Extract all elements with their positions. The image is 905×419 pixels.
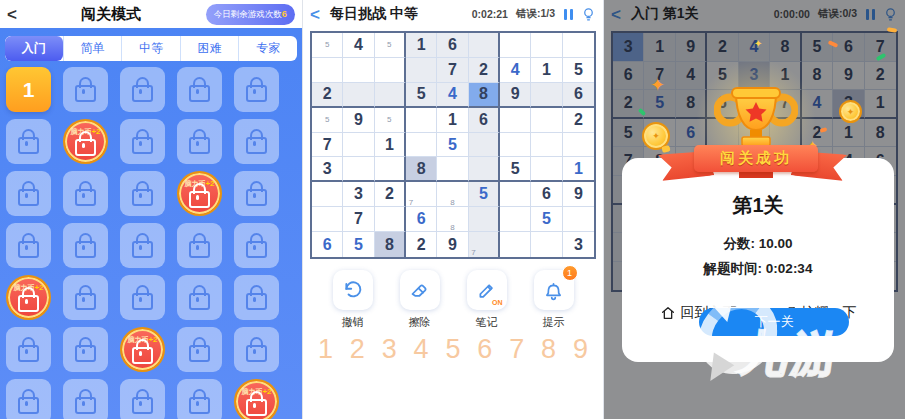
- level-button-locked[interactable]: [234, 171, 279, 216]
- sudoku-cell-r4c8[interactable]: [531, 108, 562, 133]
- level-button-coin-locked[interactable]: 脑力币+2: [177, 171, 222, 216]
- sudoku-cell-r5c3[interactable]: 1: [375, 133, 406, 158]
- undo-label: 撤销: [342, 315, 364, 330]
- sudoku-cell-r3c1[interactable]: 2: [312, 83, 343, 108]
- numpad-8[interactable]: 8: [541, 334, 556, 365]
- sudoku-cell-r6c8[interactable]: [531, 157, 562, 182]
- lock-icon: [75, 345, 96, 362]
- sudoku-cell-r8c6[interactable]: [469, 207, 500, 232]
- sudoku-cell-r5c1[interactable]: 7: [312, 133, 343, 158]
- level-button-locked[interactable]: [6, 379, 51, 419]
- sudoku-cell-r6c3[interactable]: [375, 157, 406, 182]
- tab-简单[interactable]: 简单: [63, 36, 122, 61]
- sudoku-cell-r6c6[interactable]: [469, 157, 500, 182]
- sudoku-cell-r6c1[interactable]: 3: [312, 157, 343, 182]
- lock-icon: [18, 189, 39, 206]
- level-button-locked[interactable]: [234, 67, 279, 112]
- sudoku-cell-r9c2[interactable]: 5: [343, 232, 374, 257]
- sudoku-cell-r6c9[interactable]: 1: [563, 157, 594, 182]
- lock-icon: [189, 85, 210, 102]
- notes-on-badge: ON: [492, 299, 503, 306]
- sudoku-cell-r3c5[interactable]: 4: [437, 83, 468, 108]
- sudoku-cell-r7c4[interactable]: 7: [406, 182, 437, 207]
- next-level-button[interactable]: 下一关: [699, 308, 849, 336]
- page-title: 每日挑战 中等: [330, 5, 418, 23]
- sudoku-cell-r4c7[interactable]: [500, 108, 531, 133]
- level-button-locked[interactable]: [6, 327, 51, 372]
- sudoku-cell-r1c3[interactable]: 5: [375, 33, 406, 58]
- sudoku-cell-r2c7[interactable]: 4: [500, 58, 531, 83]
- sudoku-cell-r2c9[interactable]: 5: [563, 58, 594, 83]
- sudoku-cell-r4c4[interactable]: [406, 108, 437, 133]
- sudoku-cell-r3c6[interactable]: 8: [469, 83, 500, 108]
- sudoku-cell-r4c9[interactable]: 2: [563, 108, 594, 133]
- numpad-3[interactable]: 3: [382, 334, 397, 365]
- sudoku-cell-r1c8[interactable]: [531, 33, 562, 58]
- sudoku-cell-r1c9[interactable]: [563, 33, 594, 58]
- lock-icon: [18, 241, 39, 258]
- pencil-icon: [476, 280, 497, 301]
- level-button-locked[interactable]: [234, 275, 279, 320]
- app: < 闯关模式 今日剩余游戏次数6 入门简单中等困难专家 1脑力币+2脑力币+2脑…: [0, 0, 905, 419]
- sudoku-cell-r6c7[interactable]: 5: [500, 157, 531, 182]
- remaining-games-pill[interactable]: 今日剩余游戏次数6: [206, 4, 295, 25]
- sudoku-cell-r3c2[interactable]: [343, 83, 374, 108]
- sudoku-cell-r1c7[interactable]: [500, 33, 531, 58]
- level-button-locked[interactable]: [63, 171, 108, 216]
- sudoku-cell-r3c8[interactable]: [531, 83, 562, 108]
- hint-count-badge: 1: [562, 265, 578, 281]
- remaining-games-text: 今日剩余游戏次数: [214, 9, 282, 19]
- sudoku-cell-r6c2[interactable]: [343, 157, 374, 182]
- lock-icon: [246, 399, 267, 416]
- level-button-locked[interactable]: [177, 67, 222, 112]
- sudoku-cell-r5c5[interactable]: 5: [437, 133, 468, 158]
- sudoku-cell-r9c3[interactable]: 8: [375, 232, 406, 257]
- level-button-locked[interactable]: [120, 67, 165, 112]
- level-button-locked[interactable]: [234, 119, 279, 164]
- sudoku-cell-r8c2[interactable]: 7: [343, 207, 374, 232]
- lock-icon: [189, 397, 210, 414]
- lock-icon: [189, 137, 210, 154]
- sudoku-cell-r1c6[interactable]: [469, 33, 500, 58]
- tab-中等[interactable]: 中等: [121, 36, 180, 61]
- erase-label: 擦除: [409, 315, 431, 330]
- timer: 0:02:21: [472, 8, 508, 20]
- numpad-2[interactable]: 2: [350, 334, 365, 365]
- lock-icon: [75, 397, 96, 414]
- sudoku-cell-r9c5[interactable]: 9: [437, 232, 468, 257]
- lock-icon: [75, 139, 96, 156]
- level-button-locked[interactable]: [6, 119, 51, 164]
- hint-label: 提示: [543, 315, 565, 330]
- sudoku-cell-r5c4[interactable]: [406, 133, 437, 158]
- sudoku-cell-r3c3[interactable]: [375, 83, 406, 108]
- level-button-locked[interactable]: [6, 223, 51, 268]
- pause-icon[interactable]: [564, 9, 573, 20]
- sudoku-cell-r7c8[interactable]: 6: [531, 182, 562, 207]
- lightbulb-icon[interactable]: [581, 7, 596, 22]
- level-button-locked[interactable]: [234, 223, 279, 268]
- lock-icon: [246, 293, 267, 310]
- sudoku-cell-r8c8[interactable]: 5: [531, 207, 562, 232]
- sudoku-cell-r4c5[interactable]: 1: [437, 108, 468, 133]
- numpad-7[interactable]: 7: [509, 334, 524, 365]
- lock-icon: [246, 137, 267, 154]
- level-grid: 1脑力币+2脑力币+2脑力币+2脑力币+2脑力币+2: [0, 61, 302, 419]
- sudoku-cell-r2c4[interactable]: [406, 58, 437, 83]
- lock-icon: [75, 85, 96, 102]
- sudoku-board: 5451672415254896595162715385132785697685…: [310, 31, 596, 259]
- sudoku-cell-r9c7[interactable]: [500, 232, 531, 257]
- bell-icon: [543, 280, 564, 301]
- score-line: 分数: 10.00: [622, 235, 894, 253]
- lock-icon: [132, 189, 153, 206]
- lock-icon: [132, 241, 153, 258]
- sudoku-cell-r8c7[interactable]: [500, 207, 531, 232]
- sudoku-cell-r7c1[interactable]: [312, 182, 343, 207]
- lock-icon: [18, 345, 39, 362]
- sudoku-cell-r9c4[interactable]: 2: [406, 232, 437, 257]
- sudoku-cell-r7c9[interactable]: 9: [563, 182, 594, 207]
- sudoku-cell-r2c2[interactable]: [343, 58, 374, 83]
- level-button-locked[interactable]: [177, 119, 222, 164]
- sudoku-cell-r3c7[interactable]: 9: [500, 83, 531, 108]
- number-pad: 123456789: [303, 334, 603, 365]
- lock-icon: [132, 347, 153, 364]
- home-icon: [660, 305, 676, 321]
- back-icon[interactable]: <: [7, 6, 17, 23]
- lock-icon: [132, 397, 153, 414]
- numpad-1[interactable]: 1: [318, 334, 333, 365]
- undo-tool[interactable]: 撤销: [329, 270, 377, 330]
- lock-icon: [246, 241, 267, 258]
- panel-daily-challenge: < 每日挑战 中等 0:02:21 错误:1/3 545167241525489…: [303, 0, 603, 419]
- lock-icon: [189, 191, 210, 208]
- level-button-locked[interactable]: [234, 327, 279, 372]
- sudoku-cell-r7c2[interactable]: 3: [343, 182, 374, 207]
- sudoku-cell-r5c9[interactable]: [563, 133, 594, 158]
- sudoku-cell-r2c5[interactable]: 7: [437, 58, 468, 83]
- sudoku-cell-r9c1[interactable]: 6: [312, 232, 343, 257]
- difficulty-tabs: 入门简单中等困难专家: [5, 36, 297, 61]
- level-button-locked[interactable]: [120, 119, 165, 164]
- sudoku-cell-r4c1[interactable]: 5: [312, 108, 343, 133]
- sudoku-cell-r9c6[interactable]: 7: [469, 232, 500, 257]
- sudoku-cell-r6c4[interactable]: 8: [406, 157, 437, 182]
- sudoku-cell-r8c5[interactable]: 8: [437, 207, 468, 232]
- remaining-games-count: 6: [282, 8, 287, 19]
- level-select-body: 入门简单中等困难专家 1脑力币+2脑力币+2脑力币+2脑力币+2脑力币+2: [0, 28, 302, 419]
- level-button-coin-locked[interactable]: 脑力币+2: [63, 119, 108, 164]
- sudoku-cell-r8c1[interactable]: [312, 207, 343, 232]
- sudoku-cell-r1c5[interactable]: 6: [437, 33, 468, 58]
- lock-icon: [75, 293, 96, 310]
- level-button-locked[interactable]: [177, 327, 222, 372]
- sudoku-cell-r8c9[interactable]: [563, 207, 594, 232]
- level-button-coin-locked[interactable]: 脑力币+2: [120, 327, 165, 372]
- level-button-locked[interactable]: [120, 223, 165, 268]
- sudoku-cell-r8c3[interactable]: [375, 207, 406, 232]
- sudoku-cell-r2c6[interactable]: 2: [469, 58, 500, 83]
- sudoku-cell-r8c4[interactable]: 6: [406, 207, 437, 232]
- sudoku-cell-r4c2[interactable]: 9: [343, 108, 374, 133]
- sudoku-cell-r7c6[interactable]: 5: [469, 182, 500, 207]
- sudoku-cell-r6c5[interactable]: [437, 157, 468, 182]
- sudoku-cell-r3c4[interactable]: 5: [406, 83, 437, 108]
- numpad-5[interactable]: 5: [445, 334, 460, 365]
- erase-tool[interactable]: 擦除: [396, 270, 444, 330]
- lock-icon: [18, 397, 39, 414]
- eraser-icon: [409, 280, 430, 301]
- notes-tool[interactable]: ON 笔记: [463, 270, 511, 330]
- sudoku-cell-r7c3[interactable]: 2: [375, 182, 406, 207]
- lock-icon: [189, 345, 210, 362]
- time-line: 解题时间: 0:02:34: [622, 260, 894, 278]
- sudoku-cell-r5c2[interactable]: [343, 133, 374, 158]
- level-button-locked[interactable]: [63, 327, 108, 372]
- numpad-9[interactable]: 9: [573, 334, 588, 365]
- toolbar: 撤销 擦除 ON 笔记 1 提示: [303, 270, 603, 330]
- level-button-locked[interactable]: [120, 171, 165, 216]
- hint-tool[interactable]: 1 提示: [530, 270, 578, 330]
- sudoku-cell-r9c9[interactable]: 3: [563, 232, 594, 257]
- tab-入门[interactable]: 入门: [5, 36, 63, 61]
- sudoku-cell-r1c1[interactable]: 5: [312, 33, 343, 58]
- lock-icon: [132, 85, 153, 102]
- level-complete-dialog: 第1关 分数: 10.00 解题时间: 0:02:34 回到主页 炫耀一下 下一…: [622, 158, 894, 362]
- error-counter: 错误:1/3: [516, 7, 555, 21]
- left-header: < 闯关模式 今日剩余游戏次数6: [0, 0, 302, 28]
- level-button-locked[interactable]: [120, 275, 165, 320]
- undo-icon: [342, 280, 363, 301]
- success-banner: 闯关成功: [694, 145, 818, 172]
- sudoku-cell-r7c7[interactable]: [500, 182, 531, 207]
- sudoku-cell-r7c5[interactable]: 8: [437, 182, 468, 207]
- level-button-locked[interactable]: [177, 275, 222, 320]
- level-button-locked[interactable]: [63, 223, 108, 268]
- sudoku-cell-r2c1[interactable]: [312, 58, 343, 83]
- sudoku-cell-r3c9[interactable]: 6: [563, 83, 594, 108]
- success-banner-text: 闯关成功: [720, 149, 792, 168]
- sudoku-cell-r1c2[interactable]: 4: [343, 33, 374, 58]
- lock-icon: [75, 189, 96, 206]
- sudoku-cell-r2c3[interactable]: [375, 58, 406, 83]
- level-button-locked[interactable]: [120, 379, 165, 419]
- panel-level-complete: < 入门 第1关 0:00:00 错误:0/3 3192485676745318…: [604, 0, 905, 419]
- level-button-unlocked[interactable]: 1: [6, 67, 51, 112]
- numpad-4[interactable]: 4: [414, 334, 429, 365]
- level-button-locked[interactable]: [63, 275, 108, 320]
- sudoku-cell-r5c8[interactable]: [531, 133, 562, 158]
- sudoku-cell-r5c7[interactable]: [500, 133, 531, 158]
- lock-icon: [75, 241, 96, 258]
- sudoku-cell-r4c6[interactable]: 6: [469, 108, 500, 133]
- level-name: 第1关: [622, 192, 894, 219]
- lock-icon: [246, 85, 267, 102]
- sudoku-cell-r5c6[interactable]: [469, 133, 500, 158]
- tab-专家[interactable]: 专家: [238, 36, 297, 61]
- sudoku-cell-r2c8[interactable]: 1: [531, 58, 562, 83]
- lock-icon: [189, 241, 210, 258]
- level-button-locked[interactable]: [6, 171, 51, 216]
- panel-level-select: < 闯关模式 今日剩余游戏次数6 入门简单中等困难专家 1脑力币+2脑力币+2脑…: [0, 0, 302, 419]
- sudoku-cell-r4c3[interactable]: 5: [375, 108, 406, 133]
- numpad-6[interactable]: 6: [477, 334, 492, 365]
- level-button-locked[interactable]: [177, 223, 222, 268]
- lock-icon: [189, 293, 210, 310]
- lock-icon: [246, 345, 267, 362]
- lock-icon: [132, 293, 153, 310]
- lock-icon: [18, 137, 39, 154]
- level-button-locked[interactable]: [63, 67, 108, 112]
- level-button-coin-locked[interactable]: 脑力币+2: [234, 379, 279, 419]
- lock-icon: [132, 137, 153, 154]
- sudoku-cell-r9c8[interactable]: [531, 232, 562, 257]
- tab-困难[interactable]: 困难: [180, 36, 239, 61]
- lock-icon: [246, 189, 267, 206]
- mid-header: < 每日挑战 中等 0:02:21 错误:1/3: [303, 0, 603, 28]
- level-button-coin-locked[interactable]: 脑力币+2: [6, 275, 51, 320]
- lock-icon: [18, 295, 39, 312]
- back-icon[interactable]: <: [310, 6, 320, 23]
- level-button-locked[interactable]: [177, 379, 222, 419]
- level-button-locked[interactable]: [63, 379, 108, 419]
- notes-label: 笔记: [476, 315, 498, 330]
- sudoku-cell-r1c4[interactable]: 1: [406, 33, 437, 58]
